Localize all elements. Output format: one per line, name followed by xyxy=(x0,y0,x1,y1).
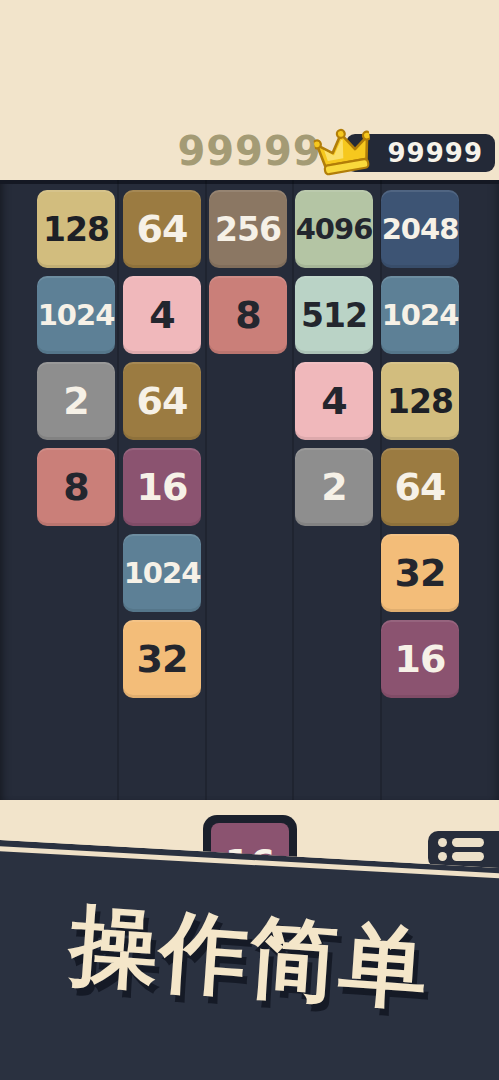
tile-64: 64 xyxy=(381,448,459,526)
coin-count: 99999 xyxy=(388,138,483,168)
tile-512: 512 xyxy=(295,276,373,354)
tile-64: 64 xyxy=(123,190,201,268)
tile-4: 4 xyxy=(295,362,373,440)
tile-256: 256 xyxy=(209,190,287,268)
empty-cell xyxy=(209,448,287,526)
app-screen: 99999 99999 128642 xyxy=(0,0,499,1080)
crown-icon xyxy=(312,124,375,181)
tile-128: 128 xyxy=(37,190,115,268)
tile-2: 2 xyxy=(295,448,373,526)
menu-button[interactable] xyxy=(428,831,499,868)
tile-16: 16 xyxy=(123,448,201,526)
game-board: 1286425640962048102448512102426441288162… xyxy=(0,180,499,800)
tile-16: 16 xyxy=(381,620,459,698)
tile-32: 32 xyxy=(381,534,459,612)
coin-badge[interactable]: 99999 xyxy=(346,134,495,172)
empty-cell xyxy=(209,534,287,612)
empty-cell xyxy=(295,534,373,612)
empty-cell xyxy=(37,534,115,612)
tile-2: 2 xyxy=(37,362,115,440)
tile-grid: 1286425640962048102448512102426441288162… xyxy=(37,190,459,698)
tile-1024: 1024 xyxy=(37,276,115,354)
tile-4096: 4096 xyxy=(295,190,373,268)
empty-cell xyxy=(37,620,115,698)
tile-2048: 2048 xyxy=(381,190,459,268)
empty-cell xyxy=(295,620,373,698)
promo-caption: 操作简单 xyxy=(0,881,499,1035)
empty-cell xyxy=(209,620,287,698)
tile-8: 8 xyxy=(37,448,115,526)
tile-1024: 1024 xyxy=(381,276,459,354)
tile-8: 8 xyxy=(209,276,287,354)
empty-cell xyxy=(209,362,287,440)
tile-4: 4 xyxy=(123,276,201,354)
tile-128: 128 xyxy=(381,362,459,440)
tile-1024: 1024 xyxy=(123,534,201,612)
tile-64: 64 xyxy=(123,362,201,440)
top-bar: 99999 99999 xyxy=(0,0,499,180)
tile-32: 32 xyxy=(123,620,201,698)
